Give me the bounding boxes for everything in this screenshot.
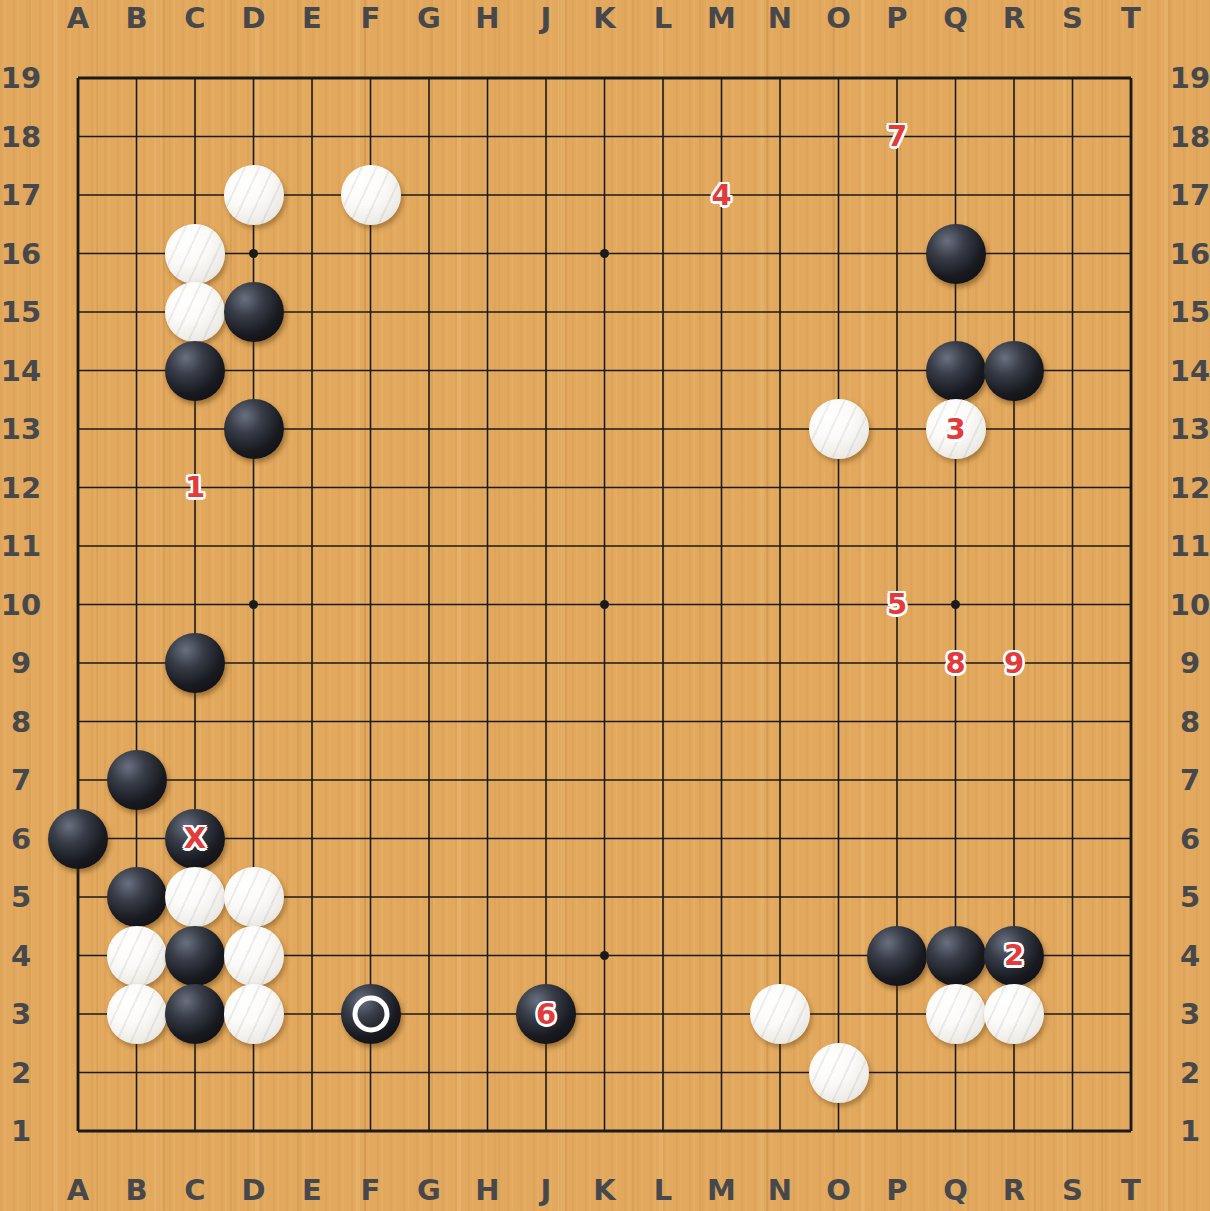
board-point-M14[interactable] [692, 341, 751, 400]
board-point-Q12[interactable] [926, 458, 985, 517]
board-point-Q6[interactable] [926, 809, 985, 868]
board-point-O14[interactable] [809, 341, 868, 400]
board-point-R14[interactable] [985, 341, 1044, 400]
board-point-G1[interactable] [400, 1102, 459, 1161]
board-point-B19[interactable] [107, 49, 166, 108]
board-point-R1[interactable] [985, 1102, 1044, 1161]
board-point-F7[interactable] [341, 751, 400, 810]
board-point-C6[interactable]: X [166, 809, 225, 868]
board-point-A17[interactable] [49, 166, 108, 225]
board-point-H4[interactable] [458, 926, 517, 985]
board-point-M6[interactable] [692, 809, 751, 868]
board-point-G18[interactable] [400, 107, 459, 166]
board-point-R18[interactable] [985, 107, 1044, 166]
board-point-A13[interactable] [49, 400, 108, 459]
board-point-K3[interactable] [575, 985, 634, 1044]
board-point-E18[interactable] [283, 107, 342, 166]
board-point-Q15[interactable] [926, 283, 985, 342]
board-point-L19[interactable] [634, 49, 693, 108]
board-point-T11[interactable] [1102, 517, 1161, 576]
board-point-D11[interactable] [224, 517, 283, 576]
board-point-A2[interactable] [49, 1043, 108, 1102]
board-point-R15[interactable] [985, 283, 1044, 342]
board-point-H1[interactable] [458, 1102, 517, 1161]
board-point-D18[interactable] [224, 107, 283, 166]
board-point-F5[interactable] [341, 868, 400, 927]
board-point-O5[interactable] [809, 868, 868, 927]
board-point-E11[interactable] [283, 517, 342, 576]
board-point-J5[interactable] [517, 868, 576, 927]
board-point-B1[interactable] [107, 1102, 166, 1161]
board-point-G14[interactable] [400, 341, 459, 400]
board-point-F15[interactable] [341, 283, 400, 342]
board-point-J1[interactable] [517, 1102, 576, 1161]
board-point-L7[interactable] [634, 751, 693, 810]
board-point-G3[interactable] [400, 985, 459, 1044]
board-point-N9[interactable] [751, 634, 810, 693]
board-point-P6[interactable] [868, 809, 927, 868]
board-point-G4[interactable] [400, 926, 459, 985]
board-point-K6[interactable] [575, 809, 634, 868]
board-point-S1[interactable] [1043, 1102, 1102, 1161]
board-point-F19[interactable] [341, 49, 400, 108]
board-point-G11[interactable] [400, 517, 459, 576]
board-point-H9[interactable] [458, 634, 517, 693]
board-point-N11[interactable] [751, 517, 810, 576]
board-point-H16[interactable] [458, 224, 517, 283]
board-point-L17[interactable] [634, 166, 693, 225]
board-point-F1[interactable] [341, 1102, 400, 1161]
board-point-F14[interactable] [341, 341, 400, 400]
board-point-R2[interactable] [985, 1043, 1044, 1102]
board-point-K12[interactable] [575, 458, 634, 517]
board-point-A16[interactable] [49, 224, 108, 283]
board-point-D5[interactable] [224, 868, 283, 927]
board-point-S7[interactable] [1043, 751, 1102, 810]
board-point-H14[interactable] [458, 341, 517, 400]
board-point-G13[interactable] [400, 400, 459, 459]
board-point-O3[interactable] [809, 985, 868, 1044]
board-point-K7[interactable] [575, 751, 634, 810]
board-point-H5[interactable] [458, 868, 517, 927]
board-point-C2[interactable] [166, 1043, 225, 1102]
board-point-H17[interactable] [458, 166, 517, 225]
board-point-Q1[interactable] [926, 1102, 985, 1161]
board-point-E1[interactable] [283, 1102, 342, 1161]
board-point-N18[interactable] [751, 107, 810, 166]
board-point-J12[interactable] [517, 458, 576, 517]
board-point-O4[interactable] [809, 926, 868, 985]
board-point-R5[interactable] [985, 868, 1044, 927]
board-point-Q9[interactable]: 8 [926, 634, 985, 693]
board-point-N10[interactable] [751, 575, 810, 634]
board-point-L5[interactable] [634, 868, 693, 927]
board-point-A5[interactable] [49, 868, 108, 927]
board-point-K2[interactable] [575, 1043, 634, 1102]
board-point-T7[interactable] [1102, 751, 1161, 810]
board-point-D4[interactable] [224, 926, 283, 985]
board-point-E9[interactable] [283, 634, 342, 693]
board-point-N13[interactable] [751, 400, 810, 459]
board-point-S9[interactable] [1043, 634, 1102, 693]
board-point-N6[interactable] [751, 809, 810, 868]
board-point-J2[interactable] [517, 1043, 576, 1102]
board-point-S3[interactable] [1043, 985, 1102, 1044]
board-point-A9[interactable] [49, 634, 108, 693]
board-point-L15[interactable] [634, 283, 693, 342]
board-point-C12[interactable]: 1 [166, 458, 225, 517]
board-point-S10[interactable] [1043, 575, 1102, 634]
board-point-J13[interactable] [517, 400, 576, 459]
board-point-E16[interactable] [283, 224, 342, 283]
board-point-P19[interactable] [868, 49, 927, 108]
board-point-L1[interactable] [634, 1102, 693, 1161]
board-point-L12[interactable] [634, 458, 693, 517]
board-point-F11[interactable] [341, 517, 400, 576]
board-point-P3[interactable] [868, 985, 927, 1044]
board-point-T13[interactable] [1102, 400, 1161, 459]
board-point-A11[interactable] [49, 517, 108, 576]
board-point-H2[interactable] [458, 1043, 517, 1102]
board-point-T18[interactable] [1102, 107, 1161, 166]
board-point-N5[interactable] [751, 868, 810, 927]
board-point-P18[interactable]: 7 [868, 107, 927, 166]
board-point-H8[interactable] [458, 692, 517, 751]
board-point-T1[interactable] [1102, 1102, 1161, 1161]
board-point-C11[interactable] [166, 517, 225, 576]
board-point-N7[interactable] [751, 751, 810, 810]
board-point-D17[interactable] [224, 166, 283, 225]
board-point-J8[interactable] [517, 692, 576, 751]
board-point-S12[interactable] [1043, 458, 1102, 517]
board-point-P10[interactable]: 5 [868, 575, 927, 634]
board-point-H12[interactable] [458, 458, 517, 517]
board-point-Q10[interactable] [926, 575, 985, 634]
board-point-B8[interactable] [107, 692, 166, 751]
board-point-Q17[interactable] [926, 166, 985, 225]
board-point-J17[interactable] [517, 166, 576, 225]
board-point-P17[interactable] [868, 166, 927, 225]
board-point-D19[interactable] [224, 49, 283, 108]
board-point-R9[interactable]: 9 [985, 634, 1044, 693]
board-point-M17[interactable]: 4 [692, 166, 751, 225]
board-point-O15[interactable] [809, 283, 868, 342]
board-point-B3[interactable] [107, 985, 166, 1044]
board-point-L3[interactable] [634, 985, 693, 1044]
board-point-N17[interactable] [751, 166, 810, 225]
board-point-D13[interactable] [224, 400, 283, 459]
board-point-R4[interactable]: 2 [985, 926, 1044, 985]
board-point-M12[interactable] [692, 458, 751, 517]
board-point-T17[interactable] [1102, 166, 1161, 225]
board-point-O8[interactable] [809, 692, 868, 751]
board-point-Q18[interactable] [926, 107, 985, 166]
board-point-S5[interactable] [1043, 868, 1102, 927]
board-point-N4[interactable] [751, 926, 810, 985]
board-point-T8[interactable] [1102, 692, 1161, 751]
board-point-N1[interactable] [751, 1102, 810, 1161]
board-point-S16[interactable] [1043, 224, 1102, 283]
board-point-T2[interactable] [1102, 1043, 1161, 1102]
board-point-O18[interactable] [809, 107, 868, 166]
board-point-A3[interactable] [49, 985, 108, 1044]
board-point-J15[interactable] [517, 283, 576, 342]
board-point-R8[interactable] [985, 692, 1044, 751]
board-point-P12[interactable] [868, 458, 927, 517]
board-point-N19[interactable] [751, 49, 810, 108]
board-point-C1[interactable] [166, 1102, 225, 1161]
board-point-K18[interactable] [575, 107, 634, 166]
board-point-D15[interactable] [224, 283, 283, 342]
board-point-Q11[interactable] [926, 517, 985, 576]
board-point-L18[interactable] [634, 107, 693, 166]
board-point-E13[interactable] [283, 400, 342, 459]
board-point-O16[interactable] [809, 224, 868, 283]
board-point-J11[interactable] [517, 517, 576, 576]
board-point-L16[interactable] [634, 224, 693, 283]
board-point-R16[interactable] [985, 224, 1044, 283]
board-point-M4[interactable] [692, 926, 751, 985]
board-point-K15[interactable] [575, 283, 634, 342]
board-point-D6[interactable] [224, 809, 283, 868]
board-point-M19[interactable] [692, 49, 751, 108]
board-point-J16[interactable] [517, 224, 576, 283]
board-point-M8[interactable] [692, 692, 751, 751]
board-point-L13[interactable] [634, 400, 693, 459]
board-point-L10[interactable] [634, 575, 693, 634]
board-point-G15[interactable] [400, 283, 459, 342]
board-point-A4[interactable] [49, 926, 108, 985]
board-point-N8[interactable] [751, 692, 810, 751]
board-point-E14[interactable] [283, 341, 342, 400]
board-point-S2[interactable] [1043, 1043, 1102, 1102]
board-point-O12[interactable] [809, 458, 868, 517]
board-point-H15[interactable] [458, 283, 517, 342]
board-point-M15[interactable] [692, 283, 751, 342]
board-point-C3[interactable] [166, 985, 225, 1044]
board-point-K4[interactable] [575, 926, 634, 985]
board-point-J19[interactable] [517, 49, 576, 108]
board-point-R12[interactable] [985, 458, 1044, 517]
board-point-C17[interactable] [166, 166, 225, 225]
board-point-T16[interactable] [1102, 224, 1161, 283]
board-point-M7[interactable] [692, 751, 751, 810]
board-point-B5[interactable] [107, 868, 166, 927]
board-point-T4[interactable] [1102, 926, 1161, 985]
board-point-P5[interactable] [868, 868, 927, 927]
board-point-G5[interactable] [400, 868, 459, 927]
board-point-S6[interactable] [1043, 809, 1102, 868]
board-point-K8[interactable] [575, 692, 634, 751]
board-point-H6[interactable] [458, 809, 517, 868]
board-point-A6[interactable] [49, 809, 108, 868]
board-point-B10[interactable] [107, 575, 166, 634]
board-point-G17[interactable] [400, 166, 459, 225]
board-point-P2[interactable] [868, 1043, 927, 1102]
board-point-K11[interactable] [575, 517, 634, 576]
board-point-B13[interactable] [107, 400, 166, 459]
board-point-R17[interactable] [985, 166, 1044, 225]
board-point-P14[interactable] [868, 341, 927, 400]
board-point-S18[interactable] [1043, 107, 1102, 166]
board-point-G8[interactable] [400, 692, 459, 751]
board-point-K10[interactable] [575, 575, 634, 634]
board-point-D3[interactable] [224, 985, 283, 1044]
board-point-C13[interactable] [166, 400, 225, 459]
board-point-T10[interactable] [1102, 575, 1161, 634]
board-point-D1[interactable] [224, 1102, 283, 1161]
board-point-S13[interactable] [1043, 400, 1102, 459]
board-point-C16[interactable] [166, 224, 225, 283]
board-point-P16[interactable] [868, 224, 927, 283]
board-point-A7[interactable] [49, 751, 108, 810]
board-point-D16[interactable] [224, 224, 283, 283]
board-point-B9[interactable] [107, 634, 166, 693]
board-point-G7[interactable] [400, 751, 459, 810]
board-point-A15[interactable] [49, 283, 108, 342]
board-point-E7[interactable] [283, 751, 342, 810]
board-point-E2[interactable] [283, 1043, 342, 1102]
board-point-Q8[interactable] [926, 692, 985, 751]
board-point-T12[interactable] [1102, 458, 1161, 517]
board-point-M3[interactable] [692, 985, 751, 1044]
board-point-A10[interactable] [49, 575, 108, 634]
board-point-Q16[interactable] [926, 224, 985, 283]
board-point-K14[interactable] [575, 341, 634, 400]
board-point-L11[interactable] [634, 517, 693, 576]
board-point-C9[interactable] [166, 634, 225, 693]
board-point-R11[interactable] [985, 517, 1044, 576]
board-point-F6[interactable] [341, 809, 400, 868]
board-point-C19[interactable] [166, 49, 225, 108]
board-point-M9[interactable] [692, 634, 751, 693]
board-point-F12[interactable] [341, 458, 400, 517]
board-point-C10[interactable] [166, 575, 225, 634]
board-point-P4[interactable] [868, 926, 927, 985]
board-point-Q7[interactable] [926, 751, 985, 810]
board-point-R13[interactable] [985, 400, 1044, 459]
board-point-R19[interactable] [985, 49, 1044, 108]
board-point-F8[interactable] [341, 692, 400, 751]
board-point-J6[interactable] [517, 809, 576, 868]
board-point-S8[interactable] [1043, 692, 1102, 751]
board-point-S11[interactable] [1043, 517, 1102, 576]
board-point-M10[interactable] [692, 575, 751, 634]
board-point-B7[interactable] [107, 751, 166, 810]
board-point-D12[interactable] [224, 458, 283, 517]
board-point-D14[interactable] [224, 341, 283, 400]
board-point-F17[interactable] [341, 166, 400, 225]
board-point-E8[interactable] [283, 692, 342, 751]
board-point-F3[interactable] [341, 985, 400, 1044]
board-point-F13[interactable] [341, 400, 400, 459]
board-point-Q14[interactable] [926, 341, 985, 400]
board-point-B18[interactable] [107, 107, 166, 166]
board-point-K9[interactable] [575, 634, 634, 693]
board-point-G10[interactable] [400, 575, 459, 634]
board-point-B6[interactable] [107, 809, 166, 868]
board-point-F10[interactable] [341, 575, 400, 634]
board-point-P7[interactable] [868, 751, 927, 810]
board-point-G19[interactable] [400, 49, 459, 108]
board-point-E3[interactable] [283, 985, 342, 1044]
board-point-N15[interactable] [751, 283, 810, 342]
board-point-D8[interactable] [224, 692, 283, 751]
board-point-O7[interactable] [809, 751, 868, 810]
board-point-L9[interactable] [634, 634, 693, 693]
board-point-Q3[interactable] [926, 985, 985, 1044]
board-point-N16[interactable] [751, 224, 810, 283]
board-point-Q13[interactable]: 3 [926, 400, 985, 459]
board-point-G16[interactable] [400, 224, 459, 283]
board-point-K1[interactable] [575, 1102, 634, 1161]
board-point-R3[interactable] [985, 985, 1044, 1044]
board-point-T6[interactable] [1102, 809, 1161, 868]
board-point-B14[interactable] [107, 341, 166, 400]
board-point-G6[interactable] [400, 809, 459, 868]
board-point-J18[interactable] [517, 107, 576, 166]
board-point-S14[interactable] [1043, 341, 1102, 400]
board-point-E4[interactable] [283, 926, 342, 985]
board-point-F2[interactable] [341, 1043, 400, 1102]
board-point-O17[interactable] [809, 166, 868, 225]
board-point-O19[interactable] [809, 49, 868, 108]
board-point-T3[interactable] [1102, 985, 1161, 1044]
board-point-J10[interactable] [517, 575, 576, 634]
board-point-Q19[interactable] [926, 49, 985, 108]
board-point-O11[interactable] [809, 517, 868, 576]
board-point-P15[interactable] [868, 283, 927, 342]
board-point-G12[interactable] [400, 458, 459, 517]
board-point-M13[interactable] [692, 400, 751, 459]
board-point-H10[interactable] [458, 575, 517, 634]
board-point-R10[interactable] [985, 575, 1044, 634]
board-point-C5[interactable] [166, 868, 225, 927]
board-point-Q4[interactable] [926, 926, 985, 985]
board-point-S4[interactable] [1043, 926, 1102, 985]
board-point-E12[interactable] [283, 458, 342, 517]
board-point-B15[interactable] [107, 283, 166, 342]
board-point-T15[interactable] [1102, 283, 1161, 342]
board-point-M5[interactable] [692, 868, 751, 927]
board-point-A8[interactable] [49, 692, 108, 751]
board-point-D9[interactable] [224, 634, 283, 693]
board-point-P8[interactable] [868, 692, 927, 751]
board-point-C8[interactable] [166, 692, 225, 751]
board-point-E17[interactable] [283, 166, 342, 225]
board-point-G9[interactable] [400, 634, 459, 693]
board-point-B16[interactable] [107, 224, 166, 283]
board-point-C4[interactable] [166, 926, 225, 985]
board-point-Q2[interactable] [926, 1043, 985, 1102]
board-point-K19[interactable] [575, 49, 634, 108]
board-point-K13[interactable] [575, 400, 634, 459]
board-point-S17[interactable] [1043, 166, 1102, 225]
board-point-H13[interactable] [458, 400, 517, 459]
board-point-J7[interactable] [517, 751, 576, 810]
board-point-L4[interactable] [634, 926, 693, 985]
board-point-O1[interactable] [809, 1102, 868, 1161]
board-point-F4[interactable] [341, 926, 400, 985]
board-point-L8[interactable] [634, 692, 693, 751]
board-point-T19[interactable] [1102, 49, 1161, 108]
board-point-H11[interactable] [458, 517, 517, 576]
board-point-R7[interactable] [985, 751, 1044, 810]
board-point-B11[interactable] [107, 517, 166, 576]
board-point-M2[interactable] [692, 1043, 751, 1102]
board-point-A12[interactable] [49, 458, 108, 517]
board-point-C7[interactable] [166, 751, 225, 810]
